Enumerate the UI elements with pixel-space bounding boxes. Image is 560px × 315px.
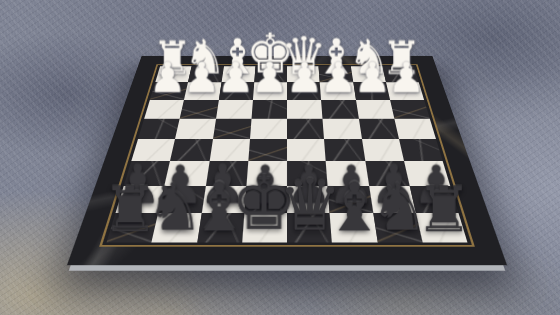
- square-h3[interactable]: [144, 100, 184, 119]
- white-pawn[interactable]: ♟: [319, 57, 357, 99]
- square-d3[interactable]: [287, 100, 323, 119]
- square-b3[interactable]: [356, 100, 395, 119]
- square-f3[interactable]: [216, 100, 253, 119]
- square-g3[interactable]: [180, 100, 219, 119]
- square-c3[interactable]: [321, 100, 358, 119]
- board-frame: ♜♞♝♚♛♝♞♜♟♟♟♟♟♟♟♟♟♟♟♟♟♟♟♟♜♞♝♚♛♝♞♜: [67, 56, 507, 266]
- board-grid: ♜♞♝♚♛♝♞♜♟♟♟♟♟♟♟♟♟♟♟♟♟♟♟♟♜♞♝♚♛♝♞♜: [107, 66, 468, 242]
- square-b4[interactable]: [358, 119, 398, 139]
- white-pawn[interactable]: ♟: [285, 57, 323, 99]
- square-d4[interactable]: [287, 119, 324, 139]
- square-e4[interactable]: [250, 119, 287, 139]
- white-pawn[interactable]: ♟: [217, 57, 255, 99]
- white-pawn[interactable]: ♟: [354, 57, 392, 99]
- square-a8[interactable]: ♜: [416, 213, 468, 243]
- square-f2[interactable]: ♟: [218, 82, 254, 99]
- square-a2[interactable]: ♟: [386, 82, 424, 99]
- white-pawn[interactable]: ♟: [388, 57, 426, 99]
- black-rook[interactable]: ♜: [416, 178, 472, 241]
- carpet-background: ♜♞♝♚♛♝♞♜♟♟♟♟♟♟♟♟♟♟♟♟♟♟♟♟♜♞♝♚♛♝♞♜: [0, 0, 560, 315]
- square-f4[interactable]: [213, 119, 252, 139]
- square-a4[interactable]: [394, 119, 436, 139]
- square-e2[interactable]: ♟: [253, 82, 287, 99]
- white-pawn[interactable]: ♟: [183, 57, 221, 99]
- brass-inlay-border: ♜♞♝♚♛♝♞♜♟♟♟♟♟♟♟♟♟♟♟♟♟♟♟♟♜♞♝♚♛♝♞♜: [99, 64, 475, 247]
- square-g2[interactable]: ♟: [184, 82, 221, 99]
- square-c2[interactable]: ♟: [320, 82, 356, 99]
- square-c4[interactable]: [323, 119, 362, 139]
- square-h4[interactable]: [138, 119, 180, 139]
- square-b2[interactable]: ♟: [353, 82, 390, 99]
- square-a3[interactable]: [390, 100, 430, 119]
- square-d2[interactable]: ♟: [287, 82, 321, 99]
- square-e3[interactable]: [251, 100, 287, 119]
- chess-board: ♜♞♝♚♛♝♞♜♟♟♟♟♟♟♟♟♟♟♟♟♟♟♟♟♜♞♝♚♛♝♞♜: [67, 56, 507, 266]
- white-pawn[interactable]: ♟: [251, 57, 289, 99]
- white-pawn[interactable]: ♟: [148, 57, 186, 99]
- square-g4[interactable]: [175, 119, 215, 139]
